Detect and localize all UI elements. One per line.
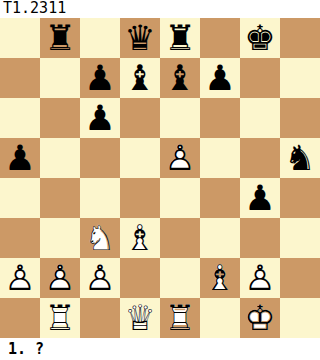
- square-e6[interactable]: [160, 98, 200, 138]
- white-queen-piece: ♛♕: [120, 298, 160, 338]
- square-h4[interactable]: [280, 178, 320, 218]
- white-pawn-piece: ♟♙: [240, 258, 280, 298]
- chess-app-window: T1.2311 ♜♛♜♚♟♝♝♟♟♟♟♙♞♟♞♘♝♗♟♙♟♙♟♙♝♗♟♙♜♖♛♕…: [0, 0, 320, 360]
- square-f1[interactable]: [200, 298, 240, 338]
- white-pawn-piece: ♟♙: [160, 138, 200, 178]
- square-e4[interactable]: [160, 178, 200, 218]
- square-a8[interactable]: [0, 18, 40, 58]
- black-bishop-piece: ♝: [120, 58, 160, 98]
- square-g6[interactable]: [240, 98, 280, 138]
- black-pawn-piece: ♟: [80, 98, 120, 138]
- square-e3[interactable]: [160, 218, 200, 258]
- square-g5[interactable]: [240, 138, 280, 178]
- square-h1[interactable]: [280, 298, 320, 338]
- square-c4[interactable]: [80, 178, 120, 218]
- square-b6[interactable]: [40, 98, 80, 138]
- black-rook-piece: ♜: [160, 18, 200, 58]
- white-knight-piece: ♞♘: [80, 218, 120, 258]
- square-d8[interactable]: ♛: [120, 18, 160, 58]
- black-rook-piece: ♜: [40, 18, 80, 58]
- square-f5[interactable]: [200, 138, 240, 178]
- square-c8[interactable]: [80, 18, 120, 58]
- square-g7[interactable]: [240, 58, 280, 98]
- white-bishop-piece: ♝♗: [200, 258, 240, 298]
- square-c2[interactable]: ♟♙: [80, 258, 120, 298]
- square-d5[interactable]: [120, 138, 160, 178]
- square-d2[interactable]: [120, 258, 160, 298]
- square-a3[interactable]: [0, 218, 40, 258]
- square-d6[interactable]: [120, 98, 160, 138]
- square-f4[interactable]: [200, 178, 240, 218]
- square-g3[interactable]: [240, 218, 280, 258]
- white-pawn-piece: ♟♙: [40, 258, 80, 298]
- square-b1[interactable]: ♜♖: [40, 298, 80, 338]
- square-g1[interactable]: ♚♔: [240, 298, 280, 338]
- white-rook-piece: ♜♖: [160, 298, 200, 338]
- square-b7[interactable]: [40, 58, 80, 98]
- square-a2[interactable]: ♟♙: [0, 258, 40, 298]
- square-c7[interactable]: ♟: [80, 58, 120, 98]
- square-h8[interactable]: [280, 18, 320, 58]
- square-c5[interactable]: [80, 138, 120, 178]
- square-h7[interactable]: [280, 58, 320, 98]
- black-pawn-piece: ♟: [240, 178, 280, 218]
- square-a1[interactable]: [0, 298, 40, 338]
- black-pawn-piece: ♟: [0, 138, 40, 178]
- black-queen-piece: ♛: [120, 18, 160, 58]
- square-a5[interactable]: ♟: [0, 138, 40, 178]
- white-rook-piece: ♜♖: [40, 298, 80, 338]
- square-g4[interactable]: ♟: [240, 178, 280, 218]
- square-a4[interactable]: [0, 178, 40, 218]
- square-e8[interactable]: ♜: [160, 18, 200, 58]
- white-bishop-piece: ♝♗: [120, 218, 160, 258]
- square-c6[interactable]: ♟: [80, 98, 120, 138]
- white-pawn-piece: ♟♙: [80, 258, 120, 298]
- square-a6[interactable]: [0, 98, 40, 138]
- puzzle-title: T1.2311: [0, 0, 320, 18]
- black-bishop-piece: ♝: [160, 58, 200, 98]
- square-b8[interactable]: ♜: [40, 18, 80, 58]
- square-g8[interactable]: ♚: [240, 18, 280, 58]
- square-b4[interactable]: [40, 178, 80, 218]
- square-d1[interactable]: ♛♕: [120, 298, 160, 338]
- black-pawn-piece: ♟: [200, 58, 240, 98]
- chess-board: ♜♛♜♚♟♝♝♟♟♟♟♙♞♟♞♘♝♗♟♙♟♙♟♙♝♗♟♙♜♖♛♕♜♖♚♔: [0, 18, 320, 338]
- square-a7[interactable]: [0, 58, 40, 98]
- square-f6[interactable]: [200, 98, 240, 138]
- square-e5[interactable]: ♟♙: [160, 138, 200, 178]
- square-d7[interactable]: ♝: [120, 58, 160, 98]
- square-b5[interactable]: [40, 138, 80, 178]
- square-b3[interactable]: [40, 218, 80, 258]
- square-c3[interactable]: ♞♘: [80, 218, 120, 258]
- square-f8[interactable]: [200, 18, 240, 58]
- white-king-piece: ♚♔: [240, 298, 280, 338]
- square-c1[interactable]: [80, 298, 120, 338]
- square-h5[interactable]: ♞: [280, 138, 320, 178]
- square-f2[interactable]: ♝♗: [200, 258, 240, 298]
- square-h6[interactable]: [280, 98, 320, 138]
- square-e7[interactable]: ♝: [160, 58, 200, 98]
- square-d4[interactable]: [120, 178, 160, 218]
- square-h2[interactable]: [280, 258, 320, 298]
- white-pawn-piece: ♟♙: [0, 258, 40, 298]
- move-prompt: 1. ?: [0, 338, 320, 360]
- square-f7[interactable]: ♟: [200, 58, 240, 98]
- square-f3[interactable]: [200, 218, 240, 258]
- square-h3[interactable]: [280, 218, 320, 258]
- black-knight-piece: ♞: [280, 138, 320, 178]
- square-e1[interactable]: ♜♖: [160, 298, 200, 338]
- square-e2[interactable]: [160, 258, 200, 298]
- black-king-piece: ♚: [240, 18, 280, 58]
- square-g2[interactable]: ♟♙: [240, 258, 280, 298]
- black-pawn-piece: ♟: [80, 58, 120, 98]
- square-b2[interactable]: ♟♙: [40, 258, 80, 298]
- square-d3[interactable]: ♝♗: [120, 218, 160, 258]
